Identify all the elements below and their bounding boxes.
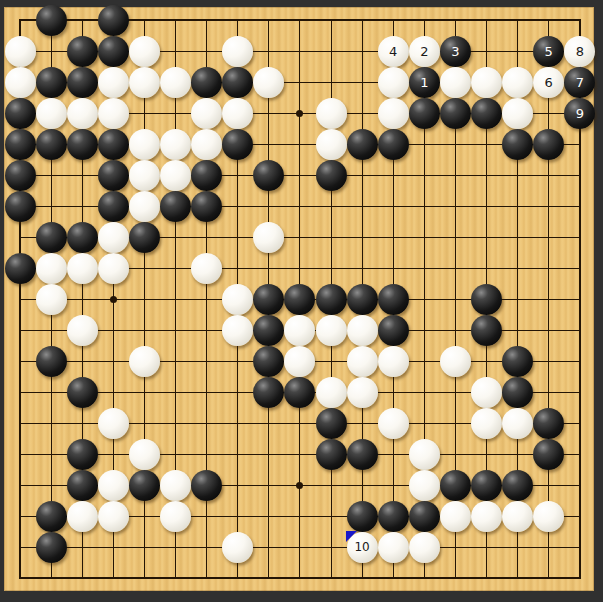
stone-white (98, 253, 129, 284)
stone-white (36, 284, 67, 315)
stone-black (533, 408, 564, 439)
stone-black (67, 439, 98, 470)
stone-black (5, 129, 36, 160)
stone-white (98, 98, 129, 129)
stone-black: 5 (533, 36, 564, 67)
stone-black (36, 346, 67, 377)
stone-black (533, 439, 564, 470)
stone-white (316, 315, 347, 346)
stone-white (160, 470, 191, 501)
stone-white (129, 36, 160, 67)
stone-black (316, 284, 347, 315)
star-point (110, 296, 117, 303)
stone-white (284, 346, 315, 377)
stone-white (129, 439, 160, 470)
stone-white (471, 408, 502, 439)
stone-black (253, 315, 284, 346)
star-point (296, 110, 303, 117)
stone-black (98, 36, 129, 67)
stone-white (67, 315, 98, 346)
stone-black (129, 470, 160, 501)
stone-black (347, 501, 378, 532)
stone-white (222, 315, 253, 346)
stone-white (67, 253, 98, 284)
stone-black (471, 284, 502, 315)
move-number: 6 (545, 76, 553, 89)
stone-white (191, 129, 222, 160)
stone-black (36, 222, 67, 253)
stone-black (347, 129, 378, 160)
stone-black (129, 222, 160, 253)
stone-white (440, 67, 471, 98)
stone-white (129, 346, 160, 377)
stone-black (191, 160, 222, 191)
stone-black (36, 67, 67, 98)
stone-black (502, 129, 533, 160)
stone-white (160, 501, 191, 532)
stone-white (284, 315, 315, 346)
stone-black (440, 98, 471, 129)
stone-black (316, 439, 347, 470)
stone-white (409, 532, 440, 563)
stone-white (98, 67, 129, 98)
stone-black: 7 (564, 67, 595, 98)
stone-white (67, 501, 98, 532)
stone-white (253, 67, 284, 98)
stone-white (471, 67, 502, 98)
move-number: 7 (576, 76, 584, 89)
stone-white (502, 98, 533, 129)
grid-line-horizontal (19, 454, 581, 455)
stone-black (98, 5, 129, 36)
stone-white (533, 501, 564, 532)
stone-black (222, 67, 253, 98)
stone-black (67, 470, 98, 501)
move-number: 10 (354, 541, 369, 553)
stone-white (98, 222, 129, 253)
stone-white (378, 98, 409, 129)
stone-black (440, 470, 471, 501)
stone-white: 8 (564, 36, 595, 67)
stone-white (502, 408, 533, 439)
star-point (296, 482, 303, 489)
stone-white (222, 98, 253, 129)
stone-white (347, 346, 378, 377)
stone-black (253, 160, 284, 191)
stone-white (98, 408, 129, 439)
stone-black (471, 470, 502, 501)
stone-black (316, 160, 347, 191)
stone-white (316, 377, 347, 408)
stone-white (378, 346, 409, 377)
stone-black (502, 346, 533, 377)
stone-black (67, 36, 98, 67)
stone-black (378, 501, 409, 532)
stone-black (471, 315, 502, 346)
last-move-marker-icon (346, 531, 357, 542)
stone-black (191, 191, 222, 222)
move-number: 2 (420, 45, 428, 58)
stone-white (160, 160, 191, 191)
stone-white (222, 36, 253, 67)
stone-white (191, 253, 222, 284)
stone-black (378, 315, 409, 346)
stone-white (471, 501, 502, 532)
stone-white: 6 (533, 67, 564, 98)
move-number: 8 (576, 45, 584, 58)
stone-black (98, 129, 129, 160)
stone-black: 1 (409, 67, 440, 98)
stone-black (36, 5, 67, 36)
stone-white (440, 501, 471, 532)
stone-black (253, 346, 284, 377)
stone-black (253, 377, 284, 408)
stone-black (5, 191, 36, 222)
stone-white (129, 129, 160, 160)
stone-white (316, 129, 347, 160)
stone-black (222, 129, 253, 160)
stone-white (440, 346, 471, 377)
stone-black (5, 98, 36, 129)
stone-black: 3 (440, 36, 471, 67)
stone-white (222, 284, 253, 315)
move-number: 4 (389, 45, 397, 58)
stone-black (502, 470, 533, 501)
stone-white (409, 470, 440, 501)
stone-black (533, 129, 564, 160)
stone-black (378, 284, 409, 315)
stone-black (191, 470, 222, 501)
stone-white (502, 501, 533, 532)
stone-white (98, 470, 129, 501)
stone-black (284, 284, 315, 315)
move-number: 1 (420, 76, 428, 89)
stone-black (160, 191, 191, 222)
stone-black (98, 191, 129, 222)
stone-black (5, 160, 36, 191)
stone-white (191, 98, 222, 129)
stone-white: 10 (347, 532, 378, 563)
stone-white (409, 439, 440, 470)
stone-black (36, 532, 67, 563)
stone-black (67, 67, 98, 98)
stone-black (471, 98, 502, 129)
stone-white (5, 67, 36, 98)
stone-white (67, 98, 98, 129)
stone-white (378, 408, 409, 439)
grid-line-horizontal (19, 547, 581, 548)
stone-white: 2 (409, 36, 440, 67)
stone-white (378, 532, 409, 563)
stone-black (36, 129, 67, 160)
stone-white (160, 67, 191, 98)
grid-line-vertical (548, 19, 549, 579)
stone-black (378, 129, 409, 160)
move-number: 9 (576, 107, 584, 120)
stone-white (98, 501, 129, 532)
stone-white (471, 377, 502, 408)
stone-white (502, 67, 533, 98)
stone-black (67, 129, 98, 160)
go-app-window: 42358167910 (0, 0, 603, 602)
stone-white (222, 532, 253, 563)
stone-white (129, 67, 160, 98)
stone-white (129, 191, 160, 222)
stone-white (316, 98, 347, 129)
stone-white: 4 (378, 36, 409, 67)
stone-black (409, 501, 440, 532)
stone-black: 9 (564, 98, 595, 129)
stone-black (253, 284, 284, 315)
stone-black (67, 222, 98, 253)
move-number: 5 (545, 45, 553, 58)
stone-black (502, 377, 533, 408)
stone-black (5, 253, 36, 284)
stone-white (378, 67, 409, 98)
stone-white (36, 253, 67, 284)
stone-black (409, 98, 440, 129)
stone-black (98, 160, 129, 191)
stone-black (347, 439, 378, 470)
stone-white (253, 222, 284, 253)
stone-black (36, 501, 67, 532)
grid-line-horizontal (19, 577, 581, 579)
stone-white (5, 36, 36, 67)
stone-white (347, 377, 378, 408)
stone-black (316, 408, 347, 439)
stone-white (160, 129, 191, 160)
stone-black (284, 377, 315, 408)
stone-white (347, 315, 378, 346)
stone-white (129, 160, 160, 191)
stone-black (67, 377, 98, 408)
stone-white (36, 98, 67, 129)
stone-black (191, 67, 222, 98)
move-number: 3 (451, 45, 459, 58)
stone-black (347, 284, 378, 315)
